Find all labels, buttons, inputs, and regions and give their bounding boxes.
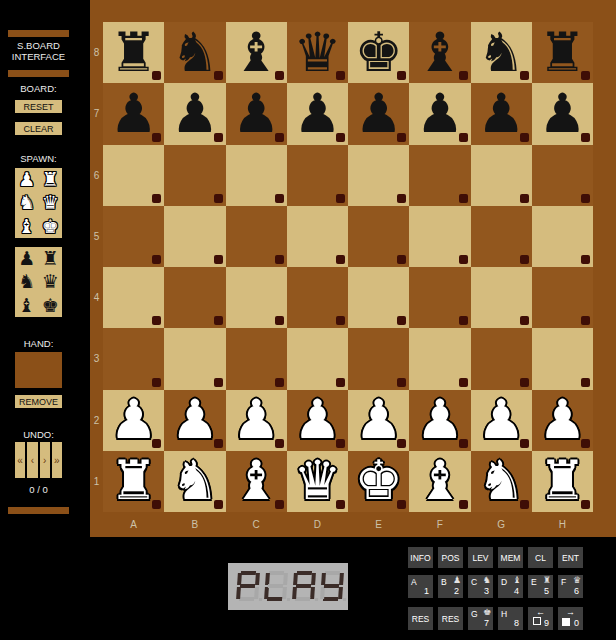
- square-g8[interactable]: ♞: [471, 22, 532, 83]
- undo-all-button[interactable]: «: [15, 442, 25, 478]
- piece-black-bishop: ♝: [232, 26, 280, 80]
- key-lev[interactable]: LEV: [468, 547, 493, 568]
- piece-white-pawn: ♟: [416, 393, 464, 447]
- rank-labels: 87654321: [90, 22, 103, 512]
- key-9[interactable]: ←9: [528, 607, 553, 630]
- square-led-icon: [152, 378, 161, 387]
- sidebar-divider: [8, 70, 69, 77]
- square-led-icon: [520, 316, 529, 325]
- piece-black-knight: ♞: [171, 26, 219, 80]
- rank-label: 5: [90, 206, 103, 267]
- key-label: POS: [438, 547, 463, 568]
- file-label: A: [103, 512, 164, 537]
- square-h6[interactable]: [532, 145, 593, 206]
- square-a8[interactable]: ♜: [103, 22, 164, 83]
- piece-black-rook: ♜: [109, 26, 157, 80]
- key-label: CL: [528, 547, 553, 568]
- remove-button[interactable]: REMOVE: [15, 395, 62, 408]
- square-b6[interactable]: [164, 145, 225, 206]
- queen-icon: ♛: [573, 576, 581, 585]
- black-pawn-icon: ♟: [18, 249, 35, 268]
- spawn-white-knight-button[interactable]: ♞: [15, 191, 39, 214]
- square-h3[interactable]: [532, 328, 593, 389]
- key-digit: 6: [574, 586, 579, 596]
- key-label: MEM: [498, 547, 523, 568]
- square-f2[interactable]: ♟: [409, 390, 470, 451]
- square-c6[interactable]: [226, 145, 287, 206]
- piece-white-pawn: ♟: [293, 393, 341, 447]
- square-led-icon: [397, 255, 406, 264]
- square-b4[interactable]: [164, 267, 225, 328]
- reset-button[interactable]: RESET: [15, 100, 62, 113]
- file-label: H: [532, 512, 593, 537]
- keypad-row: RESRESG♚7H8←9→0: [408, 607, 583, 630]
- square-f1[interactable]: ♝: [409, 451, 470, 512]
- square-d8[interactable]: ♛: [287, 22, 348, 83]
- square-d5[interactable]: [287, 206, 348, 267]
- key-c[interactable]: C♞3: [468, 575, 493, 598]
- square-g6[interactable]: [471, 145, 532, 206]
- square-d2[interactable]: ♟: [287, 390, 348, 451]
- black-rook-icon: ♜: [42, 249, 59, 268]
- key-digit: 0: [574, 618, 579, 628]
- key-label: LEV: [468, 547, 493, 568]
- spawn-white: ♟♜♞♛♝♚: [15, 168, 62, 238]
- square-led-icon: [275, 255, 284, 264]
- key-g[interactable]: G♚7: [468, 607, 493, 630]
- open-square-icon: [533, 617, 541, 625]
- square-led-icon: [459, 255, 468, 264]
- square-d1[interactable]: ♛: [287, 451, 348, 512]
- piece-black-pawn: ♟: [538, 87, 586, 141]
- key-e[interactable]: E♜5: [528, 575, 553, 598]
- black-queen-icon: ♛: [42, 272, 59, 291]
- square-d4[interactable]: [287, 267, 348, 328]
- square-led-icon: [275, 378, 284, 387]
- piece-white-pawn: ♟: [171, 393, 219, 447]
- key-letter: B: [441, 577, 447, 587]
- square-b3[interactable]: [164, 328, 225, 389]
- knight-icon: ♞: [483, 576, 491, 585]
- piece-white-rook: ♜: [109, 454, 157, 508]
- key-res[interactable]: RES: [438, 607, 463, 630]
- piece-black-king: ♚: [354, 26, 402, 80]
- piece-black-pawn: ♟: [171, 87, 219, 141]
- piece-white-pawn: ♟: [109, 393, 157, 447]
- square-g2[interactable]: ♟: [471, 390, 532, 451]
- square-led-icon: [459, 316, 468, 325]
- piece-white-knight: ♞: [171, 454, 219, 508]
- square-f4[interactable]: [409, 267, 470, 328]
- lcd-digit: [264, 571, 288, 601]
- square-c1[interactable]: ♝: [226, 451, 287, 512]
- piece-white-pawn: ♟: [232, 393, 280, 447]
- key-digit: 1: [424, 586, 429, 596]
- undo-section-label: UNDO:: [0, 429, 77, 440]
- square-led-icon: [520, 255, 529, 264]
- sidebar-bottom-divider: [8, 507, 69, 514]
- square-e8[interactable]: ♚: [348, 22, 409, 83]
- spawn-white-bishop-button[interactable]: ♝: [15, 215, 39, 238]
- piece-black-bishop: ♝: [416, 26, 464, 80]
- square-g1[interactable]: ♞: [471, 451, 532, 512]
- spawn-black-rook-button[interactable]: ♜: [39, 247, 63, 270]
- square-led-icon: [581, 378, 590, 387]
- rank-label: 6: [90, 145, 103, 206]
- square-e6[interactable]: [348, 145, 409, 206]
- square-h5[interactable]: [532, 206, 593, 267]
- spawn-white-king-button[interactable]: ♚: [39, 215, 63, 238]
- square-f7[interactable]: ♟: [409, 83, 470, 144]
- square-e3[interactable]: [348, 328, 409, 389]
- square-h2[interactable]: ♟: [532, 390, 593, 451]
- spawn-white-pawn-button[interactable]: ♟: [15, 168, 39, 191]
- square-g4[interactable]: [471, 267, 532, 328]
- key-label: INFO: [408, 547, 433, 568]
- key-cl[interactable]: CL: [528, 547, 553, 568]
- square-led-icon: [336, 194, 345, 203]
- key-f[interactable]: F♛6: [558, 575, 583, 598]
- piece-black-pawn: ♟: [109, 87, 157, 141]
- square-a4[interactable]: [103, 267, 164, 328]
- file-label: C: [226, 512, 287, 537]
- square-e1[interactable]: ♚: [348, 451, 409, 512]
- key-info[interactable]: INFO: [408, 547, 433, 568]
- key-d[interactable]: D♝4: [498, 575, 523, 598]
- piece-white-pawn: ♟: [354, 393, 402, 447]
- key-letter: A: [411, 577, 417, 587]
- pawn-icon: ♟: [453, 576, 461, 585]
- square-b8[interactable]: ♞: [164, 22, 225, 83]
- key-digit: 2: [454, 586, 459, 596]
- square-led-icon: [214, 378, 223, 387]
- key-digit: 3: [484, 586, 489, 596]
- square-h8[interactable]: ♜: [532, 22, 593, 83]
- white-bishop-icon: ♝: [18, 217, 35, 236]
- square-led-icon: [214, 194, 223, 203]
- board-section-label: BOARD:: [0, 83, 77, 94]
- square-a2[interactable]: ♟: [103, 390, 164, 451]
- square-led-icon: [397, 316, 406, 325]
- board-squares: ♜♞♝♛♚♝♞♜♟♟♟♟♟♟♟♟♟♟♟♟♟♟♟♟♜♞♝♛♚♝♞♜: [103, 22, 593, 512]
- square-c4[interactable]: [226, 267, 287, 328]
- square-a1[interactable]: ♜: [103, 451, 164, 512]
- key-label: ENT: [558, 547, 583, 568]
- square-led-icon: [397, 194, 406, 203]
- square-led-icon: [214, 255, 223, 264]
- square-led-icon: [581, 255, 590, 264]
- file-labels: ABCDEFGH: [103, 512, 593, 537]
- hand-section-label: HAND:: [0, 338, 77, 349]
- spawn-black-queen-button[interactable]: ♛: [39, 270, 63, 293]
- file-label: F: [409, 512, 470, 537]
- square-led-icon: [152, 316, 161, 325]
- white-queen-icon: ♛: [42, 193, 59, 212]
- piece-white-pawn: ♟: [538, 393, 586, 447]
- lcd-digit: [236, 571, 260, 601]
- key-letter: H: [501, 609, 507, 619]
- clear-button[interactable]: CLEAR: [15, 122, 62, 135]
- key-digit: 7: [484, 618, 489, 628]
- piece-white-king: ♚: [354, 454, 402, 508]
- square-b5[interactable]: [164, 206, 225, 267]
- key-digit: 5: [544, 586, 549, 596]
- piece-white-knight: ♞: [477, 454, 525, 508]
- square-led-icon: [336, 378, 345, 387]
- piece-white-bishop: ♝: [416, 454, 464, 508]
- square-a6[interactable]: [103, 145, 164, 206]
- square-h7[interactable]: ♟: [532, 83, 593, 144]
- spawn-black-bishop-button[interactable]: ♝: [15, 294, 39, 317]
- square-led-icon: [520, 194, 529, 203]
- sidebar-top-divider: [8, 30, 69, 37]
- square-led-icon: [152, 194, 161, 203]
- square-led-icon: [397, 378, 406, 387]
- black-knight-icon: ♞: [18, 272, 35, 291]
- key-ent[interactable]: ENT: [558, 547, 583, 568]
- keypad-row: INFOPOSLEVMEMCLENT: [408, 547, 583, 568]
- square-e5[interactable]: [348, 206, 409, 267]
- white-knight-icon: ♞: [18, 193, 35, 212]
- square-led-icon: [214, 316, 223, 325]
- file-label: D: [287, 512, 348, 537]
- square-e7[interactable]: ♟: [348, 83, 409, 144]
- key-pos[interactable]: POS: [438, 547, 463, 568]
- square-led-icon: [459, 194, 468, 203]
- piece-black-pawn: ♟: [232, 87, 280, 141]
- piece-black-rook: ♜: [538, 26, 586, 80]
- square-led-icon: [459, 378, 468, 387]
- key-a[interactable]: A1: [408, 575, 433, 598]
- spawn-black-pawn-button[interactable]: ♟: [15, 247, 39, 270]
- square-d7[interactable]: ♟: [287, 83, 348, 144]
- key-mem[interactable]: MEM: [498, 547, 523, 568]
- key-letter: F: [561, 577, 566, 587]
- square-h1[interactable]: ♜: [532, 451, 593, 512]
- square-g7[interactable]: ♟: [471, 83, 532, 144]
- spawn-section-label: SPAWN:: [0, 153, 77, 164]
- square-led-icon: [581, 194, 590, 203]
- filled-square-icon: [562, 618, 570, 626]
- key-digit: 8: [514, 618, 519, 628]
- square-led-icon: [581, 316, 590, 325]
- square-b7[interactable]: ♟: [164, 83, 225, 144]
- square-c2[interactable]: ♟: [226, 390, 287, 451]
- square-f3[interactable]: [409, 328, 470, 389]
- key-label: RES: [408, 607, 433, 630]
- file-label: E: [348, 512, 409, 537]
- rank-label: 3: [90, 328, 103, 389]
- key-letter: D: [501, 577, 507, 587]
- key-b[interactable]: B♟2: [438, 575, 463, 598]
- square-c5[interactable]: [226, 206, 287, 267]
- white-king-icon: ♚: [42, 217, 59, 236]
- square-f6[interactable]: [409, 145, 470, 206]
- square-a5[interactable]: [103, 206, 164, 267]
- rank-label: 8: [90, 22, 103, 83]
- chess-board: 87654321 ABCDEFGH ♜♞♝♛♚♝♞♜♟♟♟♟♟♟♟♟♟♟♟♟♟♟…: [90, 0, 616, 537]
- redo-all-button[interactable]: »: [52, 442, 62, 478]
- square-e2[interactable]: ♟: [348, 390, 409, 451]
- square-f5[interactable]: [409, 206, 470, 267]
- keypad-row: A1B♟2C♞3D♝4E♜5F♛6: [408, 575, 583, 598]
- square-g5[interactable]: [471, 206, 532, 267]
- piece-white-rook: ♜: [538, 454, 586, 508]
- piece-black-knight: ♞: [477, 26, 525, 80]
- square-led-icon: [275, 194, 284, 203]
- key-0[interactable]: →0: [558, 607, 583, 630]
- square-led-icon: [275, 316, 284, 325]
- spawn-black-king-button[interactable]: ♚: [39, 294, 63, 317]
- spawn-black-knight-button[interactable]: ♞: [15, 270, 39, 293]
- square-b2[interactable]: ♟: [164, 390, 225, 451]
- square-e4[interactable]: [348, 267, 409, 328]
- redo-button[interactable]: ›: [40, 442, 50, 478]
- piece-white-queen: ♛: [293, 454, 341, 508]
- lcd-digit: [320, 571, 344, 601]
- file-label: G: [471, 512, 532, 537]
- square-g3[interactable]: [471, 328, 532, 389]
- rank-label: 2: [90, 390, 103, 451]
- square-a7[interactable]: ♟: [103, 83, 164, 144]
- square-a3[interactable]: [103, 328, 164, 389]
- square-d6[interactable]: [287, 145, 348, 206]
- lcd-digit: [292, 571, 316, 601]
- undo-counter: 0 / 0: [0, 484, 77, 495]
- bishop-icon: ♝: [513, 576, 521, 585]
- square-f8[interactable]: ♝: [409, 22, 470, 83]
- rank-label: 7: [90, 83, 103, 144]
- undo-buttons: «‹›»: [15, 442, 62, 478]
- white-rook-icon: ♜: [42, 170, 59, 189]
- key-h[interactable]: H8: [498, 607, 523, 630]
- key-label: RES: [438, 607, 463, 630]
- white-pawn-icon: ♟: [18, 170, 35, 189]
- square-led-icon: [336, 316, 345, 325]
- left-arrow-icon: ←: [528, 608, 553, 617]
- square-led-icon: [152, 255, 161, 264]
- piece-black-pawn: ♟: [477, 87, 525, 141]
- spawn-black: ♟♜♞♛♝♚: [15, 247, 62, 317]
- app-title-line2: INTERFACE: [0, 51, 77, 62]
- black-king-icon: ♚: [42, 296, 59, 315]
- app-title-line1: S.BOARD: [0, 40, 77, 51]
- square-c3[interactable]: [226, 328, 287, 389]
- undo-button[interactable]: ‹: [27, 442, 37, 478]
- key-digit: 9: [544, 618, 549, 628]
- piece-white-pawn: ♟: [477, 393, 525, 447]
- file-label: B: [164, 512, 225, 537]
- piece-black-pawn: ♟: [293, 87, 341, 141]
- piece-black-pawn: ♟: [354, 87, 402, 141]
- square-d3[interactable]: [287, 328, 348, 389]
- piece-white-bishop: ♝: [232, 454, 280, 508]
- key-letter: C: [471, 577, 477, 587]
- spawn-white-rook-button[interactable]: ♜: [39, 168, 63, 191]
- key-res[interactable]: RES: [408, 607, 433, 630]
- square-led-icon: [520, 378, 529, 387]
- key-letter: G: [471, 609, 478, 619]
- piece-black-queen: ♛: [293, 26, 341, 80]
- hand-slot[interactable]: [15, 352, 62, 388]
- square-led-icon: [336, 255, 345, 264]
- square-c8[interactable]: ♝: [226, 22, 287, 83]
- key-digit: 4: [514, 586, 519, 596]
- square-h4[interactable]: [532, 267, 593, 328]
- right-arrow-icon: →: [558, 608, 583, 617]
- spawn-white-queen-button[interactable]: ♛: [39, 191, 63, 214]
- square-c7[interactable]: ♟: [226, 83, 287, 144]
- rank-label: 1: [90, 451, 103, 512]
- piece-black-pawn: ♟: [416, 87, 464, 141]
- lcd-display: [228, 563, 348, 610]
- rank-label: 4: [90, 267, 103, 328]
- king-icon: ♚: [483, 608, 491, 617]
- rook-icon: ♜: [543, 576, 551, 585]
- key-letter: E: [531, 577, 537, 587]
- square-b1[interactable]: ♞: [164, 451, 225, 512]
- black-bishop-icon: ♝: [18, 296, 35, 315]
